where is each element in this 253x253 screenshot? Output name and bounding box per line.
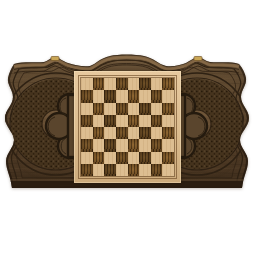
square-f7	[139, 90, 151, 102]
square-h3	[162, 139, 174, 151]
square-d7	[116, 90, 128, 102]
square-h8	[162, 78, 174, 90]
square-d5	[116, 115, 128, 127]
square-e4	[128, 127, 140, 139]
square-c8	[104, 78, 116, 90]
square-d1	[116, 164, 128, 176]
square-g6	[151, 103, 163, 115]
square-a5	[81, 115, 93, 127]
square-g5	[151, 115, 163, 127]
square-g7	[151, 90, 163, 102]
square-c4	[104, 127, 116, 139]
square-d8	[116, 78, 128, 90]
square-f5	[139, 115, 151, 127]
square-a3	[81, 139, 93, 151]
square-a1	[81, 164, 93, 176]
square-h4	[162, 127, 174, 139]
square-f6	[139, 103, 151, 115]
square-f2	[139, 152, 151, 164]
square-b1	[93, 164, 105, 176]
square-b7	[93, 90, 105, 102]
square-g4	[151, 127, 163, 139]
square-g8	[151, 78, 163, 90]
chessboard-panel	[74, 71, 181, 183]
square-c3	[104, 139, 116, 151]
square-e2	[128, 152, 140, 164]
product-photo	[0, 0, 253, 253]
square-b8	[93, 78, 105, 90]
square-g1	[151, 164, 163, 176]
square-e8	[128, 78, 140, 90]
square-a2	[81, 152, 93, 164]
square-a6	[81, 103, 93, 115]
chessboard	[81, 78, 174, 176]
square-a7	[81, 90, 93, 102]
square-b5	[93, 115, 105, 127]
square-h5	[162, 115, 174, 127]
square-e6	[128, 103, 140, 115]
square-f4	[139, 127, 151, 139]
square-e3	[128, 139, 140, 151]
square-b2	[93, 152, 105, 164]
square-a8	[81, 78, 93, 90]
square-c7	[104, 90, 116, 102]
square-d2	[116, 152, 128, 164]
square-e1	[128, 164, 140, 176]
square-h7	[162, 90, 174, 102]
square-c1	[104, 164, 116, 176]
right-hinge	[194, 57, 202, 61]
square-c2	[104, 152, 116, 164]
square-b6	[93, 103, 105, 115]
square-c5	[104, 115, 116, 127]
left-hinge	[51, 57, 59, 61]
square-e7	[128, 90, 140, 102]
square-h6	[162, 103, 174, 115]
square-h1	[162, 164, 174, 176]
square-d6	[116, 103, 128, 115]
square-f8	[139, 78, 151, 90]
square-f3	[139, 139, 151, 151]
square-d3	[116, 139, 128, 151]
square-g3	[151, 139, 163, 151]
square-a4	[81, 127, 93, 139]
square-g2	[151, 152, 163, 164]
square-b3	[93, 139, 105, 151]
square-b4	[93, 127, 105, 139]
square-c6	[104, 103, 116, 115]
square-f1	[139, 164, 151, 176]
square-h2	[162, 152, 174, 164]
square-e5	[128, 115, 140, 127]
square-d4	[116, 127, 128, 139]
